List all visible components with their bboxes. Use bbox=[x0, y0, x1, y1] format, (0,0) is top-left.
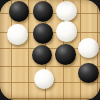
board-edge-vignette bbox=[0, 0, 100, 100]
go-app-icon[interactable] bbox=[0, 0, 100, 100]
go-board bbox=[0, 0, 100, 100]
